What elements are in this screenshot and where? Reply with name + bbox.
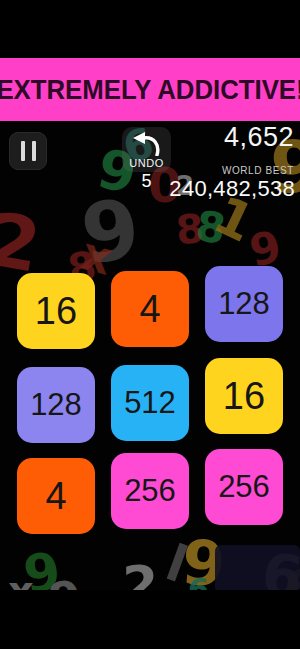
undo-arrow-icon bbox=[129, 130, 165, 156]
tile-r1c1: 512 bbox=[111, 365, 189, 441]
tile-r2c0: 4 bbox=[17, 458, 95, 534]
tile-r0c2: 128 bbox=[205, 266, 283, 342]
world-best-value: 240,482,538 bbox=[169, 176, 295, 202]
status-bar bbox=[0, 0, 300, 58]
pause-icon bbox=[32, 141, 36, 161]
wallpaper-digit: 8 bbox=[193, 205, 228, 251]
background-navy-patch bbox=[215, 545, 300, 590]
wallpaper-digit: l bbox=[160, 538, 193, 590]
wallpaper-digit: 2 bbox=[0, 201, 46, 283]
tile-r1c0: 128 bbox=[17, 367, 95, 443]
undo-label: UNDO bbox=[129, 157, 163, 169]
tile-r0c0: 16 bbox=[17, 273, 95, 349]
tile-r1c2: 16 bbox=[205, 358, 283, 434]
tile-r2c2: 256 bbox=[205, 449, 283, 525]
promo-banner: EXTREMELY ADDICTIVE! bbox=[0, 58, 300, 121]
tile-r0c1: 4 bbox=[111, 271, 189, 347]
game-area[interactable]: 92x89602988199x92l9666 UNDO 5 4,652 WORL… bbox=[0, 121, 300, 590]
wallpaper-digit: 9 bbox=[77, 187, 145, 276]
wallpaper-digit: 9 bbox=[46, 574, 83, 590]
wallpaper-digit: x bbox=[8, 571, 34, 590]
world-best-label: WORLD BEST bbox=[222, 165, 294, 176]
undo-count: 5 bbox=[122, 171, 171, 192]
score-value: 4,652 bbox=[224, 122, 294, 153]
wallpaper-digit: 9 bbox=[20, 544, 65, 590]
promo-banner-text: EXTREMELY ADDICTIVE! bbox=[0, 74, 300, 106]
pause-button[interactable] bbox=[9, 132, 47, 170]
bottom-letterbox bbox=[0, 590, 300, 649]
app-screen: EXTREMELY ADDICTIVE! 92x89602988199x92l9… bbox=[0, 0, 300, 649]
wallpaper-digit: 6 bbox=[188, 575, 209, 590]
pause-icon bbox=[21, 141, 25, 161]
wallpaper-digit: 2 bbox=[122, 559, 158, 590]
tile-r2c1: 256 bbox=[111, 453, 189, 529]
wallpaper-digit: 8 bbox=[174, 208, 205, 250]
undo-button[interactable]: UNDO bbox=[122, 127, 171, 172]
